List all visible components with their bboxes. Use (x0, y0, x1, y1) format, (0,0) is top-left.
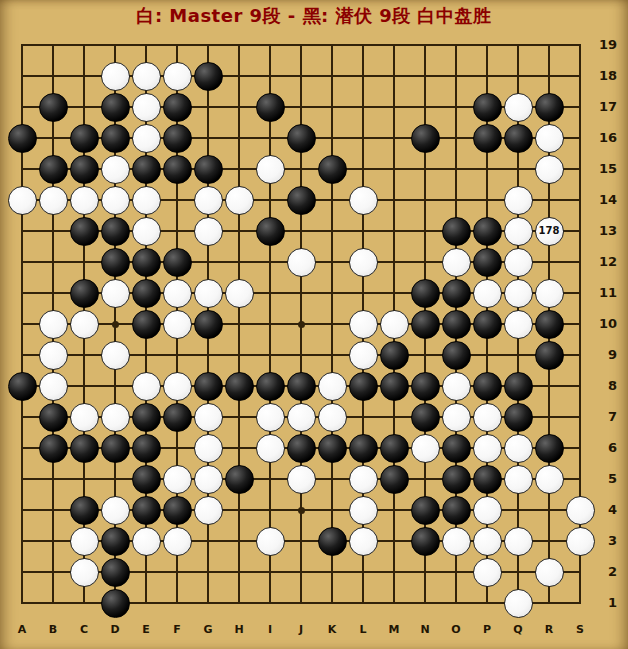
board-cell-C16[interactable] (69, 123, 100, 154)
board-cell-K10[interactable] (317, 309, 348, 340)
board-cell-N18[interactable] (410, 61, 441, 92)
board-cell-P10[interactable] (472, 309, 503, 340)
board-cell-H1[interactable] (224, 588, 255, 619)
board-cell-D14[interactable] (100, 185, 131, 216)
board-cell-A19[interactable] (7, 30, 38, 61)
board-cell-J10[interactable] (286, 309, 317, 340)
board-cell-B19[interactable] (38, 30, 69, 61)
board-cell-R1[interactable] (534, 588, 565, 619)
board-cell-G15[interactable] (193, 154, 224, 185)
board-cell-Q14[interactable] (503, 185, 534, 216)
board-cell-D12[interactable] (100, 247, 131, 278)
board-cell-R13[interactable]: 178 (534, 216, 565, 247)
board-cell-J6[interactable] (286, 433, 317, 464)
board-cell-R6[interactable] (534, 433, 565, 464)
board-cell-S12[interactable] (565, 247, 596, 278)
board-cell-I16[interactable] (255, 123, 286, 154)
board-cell-D5[interactable] (100, 464, 131, 495)
board-cell-B10[interactable] (38, 309, 69, 340)
board-cell-Q18[interactable] (503, 61, 534, 92)
board-cell-I5[interactable] (255, 464, 286, 495)
board-cell-J12[interactable] (286, 247, 317, 278)
board-cell-D16[interactable] (100, 123, 131, 154)
board-cell-C6[interactable] (69, 433, 100, 464)
board-cell-O11[interactable] (441, 278, 472, 309)
board-cell-N16[interactable] (410, 123, 441, 154)
board-cell-B4[interactable] (38, 495, 69, 526)
board-cell-N5[interactable] (410, 464, 441, 495)
board-cell-P19[interactable] (472, 30, 503, 61)
board-cell-D17[interactable] (100, 92, 131, 123)
board-cell-N19[interactable] (410, 30, 441, 61)
board-cell-N14[interactable] (410, 185, 441, 216)
board-cell-G10[interactable] (193, 309, 224, 340)
board-cell-L11[interactable] (348, 278, 379, 309)
board-cell-A17[interactable] (7, 92, 38, 123)
board-cell-C18[interactable] (69, 61, 100, 92)
board-cell-B3[interactable] (38, 526, 69, 557)
board-cell-E4[interactable] (131, 495, 162, 526)
board-cell-G12[interactable] (193, 247, 224, 278)
board-cell-M2[interactable] (379, 557, 410, 588)
board-cell-M1[interactable] (379, 588, 410, 619)
board-cell-R8[interactable] (534, 371, 565, 402)
board-cell-H15[interactable] (224, 154, 255, 185)
board-cell-N2[interactable] (410, 557, 441, 588)
board-cell-I8[interactable] (255, 371, 286, 402)
board-cell-S9[interactable] (565, 340, 596, 371)
board-cell-D13[interactable] (100, 216, 131, 247)
board-cell-C2[interactable] (69, 557, 100, 588)
board-cell-P5[interactable] (472, 464, 503, 495)
board-cell-C1[interactable] (69, 588, 100, 619)
board-cell-L7[interactable] (348, 402, 379, 433)
board-cell-O13[interactable] (441, 216, 472, 247)
board-cell-J7[interactable] (286, 402, 317, 433)
board-cell-M7[interactable] (379, 402, 410, 433)
board-cell-R4[interactable] (534, 495, 565, 526)
board-cell-G2[interactable] (193, 557, 224, 588)
board-cell-I15[interactable] (255, 154, 286, 185)
board-cell-F7[interactable] (162, 402, 193, 433)
board-cell-L1[interactable] (348, 588, 379, 619)
board-cell-J4[interactable] (286, 495, 317, 526)
board-cell-F18[interactable] (162, 61, 193, 92)
board-cell-I1[interactable] (255, 588, 286, 619)
board-cell-S16[interactable] (565, 123, 596, 154)
board-cell-B12[interactable] (38, 247, 69, 278)
board-cell-R7[interactable] (534, 402, 565, 433)
board-cell-D4[interactable] (100, 495, 131, 526)
board-cell-S1[interactable] (565, 588, 596, 619)
board-cell-L8[interactable] (348, 371, 379, 402)
board-cell-S2[interactable] (565, 557, 596, 588)
board-cell-H5[interactable] (224, 464, 255, 495)
board-cell-I4[interactable] (255, 495, 286, 526)
board-cell-L19[interactable] (348, 30, 379, 61)
board-cell-I6[interactable] (255, 433, 286, 464)
board-cell-C15[interactable] (69, 154, 100, 185)
board-cell-I19[interactable] (255, 30, 286, 61)
board-cell-A16[interactable] (7, 123, 38, 154)
board-cell-H17[interactable] (224, 92, 255, 123)
board-cell-B7[interactable] (38, 402, 69, 433)
board-cell-K16[interactable] (317, 123, 348, 154)
board-cell-K9[interactable] (317, 340, 348, 371)
board-cell-F17[interactable] (162, 92, 193, 123)
board-cell-F11[interactable] (162, 278, 193, 309)
board-cell-B9[interactable] (38, 340, 69, 371)
board-cell-Q13[interactable] (503, 216, 534, 247)
board-cell-G9[interactable] (193, 340, 224, 371)
board-cell-O2[interactable] (441, 557, 472, 588)
board-cell-I9[interactable] (255, 340, 286, 371)
board-cell-D19[interactable] (100, 30, 131, 61)
board-cell-C19[interactable] (69, 30, 100, 61)
board-cell-B5[interactable] (38, 464, 69, 495)
board-cell-A15[interactable] (7, 154, 38, 185)
board-cell-M3[interactable] (379, 526, 410, 557)
board-cell-A3[interactable] (7, 526, 38, 557)
board-cell-N10[interactable] (410, 309, 441, 340)
board-cell-Q19[interactable] (503, 30, 534, 61)
board-cell-M5[interactable] (379, 464, 410, 495)
board-cell-I3[interactable] (255, 526, 286, 557)
board-cell-A13[interactable] (7, 216, 38, 247)
board-cell-E3[interactable] (131, 526, 162, 557)
board-cell-C9[interactable] (69, 340, 100, 371)
board-cell-P9[interactable] (472, 340, 503, 371)
board-cell-S11[interactable] (565, 278, 596, 309)
board-cell-M14[interactable] (379, 185, 410, 216)
board-cell-D18[interactable] (100, 61, 131, 92)
board-cell-H8[interactable] (224, 371, 255, 402)
board-cell-G16[interactable] (193, 123, 224, 154)
board-cell-M19[interactable] (379, 30, 410, 61)
board-cell-E2[interactable] (131, 557, 162, 588)
board-cell-O12[interactable] (441, 247, 472, 278)
board-cell-G3[interactable] (193, 526, 224, 557)
board-cell-L16[interactable] (348, 123, 379, 154)
board-cell-B8[interactable] (38, 371, 69, 402)
board-cell-B14[interactable] (38, 185, 69, 216)
board-cell-M9[interactable] (379, 340, 410, 371)
board-cell-S15[interactable] (565, 154, 596, 185)
board-cell-E10[interactable] (131, 309, 162, 340)
board-cell-C13[interactable] (69, 216, 100, 247)
board-cell-S4[interactable] (565, 495, 596, 526)
board-cell-O10[interactable] (441, 309, 472, 340)
board-cell-G6[interactable] (193, 433, 224, 464)
board-cell-O8[interactable] (441, 371, 472, 402)
board-cell-H10[interactable] (224, 309, 255, 340)
board-cell-E14[interactable] (131, 185, 162, 216)
board-cell-O7[interactable] (441, 402, 472, 433)
board-cell-K1[interactable] (317, 588, 348, 619)
board-cell-F12[interactable] (162, 247, 193, 278)
board-cell-F9[interactable] (162, 340, 193, 371)
board-cell-O4[interactable] (441, 495, 472, 526)
board-cell-A11[interactable] (7, 278, 38, 309)
board-cell-H11[interactable] (224, 278, 255, 309)
board-cell-C8[interactable] (69, 371, 100, 402)
board-cell-D10[interactable] (100, 309, 131, 340)
board-cell-S13[interactable] (565, 216, 596, 247)
board-cell-K19[interactable] (317, 30, 348, 61)
board-cell-C11[interactable] (69, 278, 100, 309)
board-cell-H7[interactable] (224, 402, 255, 433)
board-cell-F15[interactable] (162, 154, 193, 185)
board-cell-F13[interactable] (162, 216, 193, 247)
board-cell-E11[interactable] (131, 278, 162, 309)
board-cell-K11[interactable] (317, 278, 348, 309)
board-cell-M18[interactable] (379, 61, 410, 92)
board-cell-R14[interactable] (534, 185, 565, 216)
board-cell-I7[interactable] (255, 402, 286, 433)
board-cell-E16[interactable] (131, 123, 162, 154)
board-cell-O18[interactable] (441, 61, 472, 92)
board-cell-A10[interactable] (7, 309, 38, 340)
board-cell-K17[interactable] (317, 92, 348, 123)
board-cell-A4[interactable] (7, 495, 38, 526)
board-cell-N11[interactable] (410, 278, 441, 309)
board-cell-H19[interactable] (224, 30, 255, 61)
board-cell-H6[interactable] (224, 433, 255, 464)
board-cell-S17[interactable] (565, 92, 596, 123)
board-cell-N9[interactable] (410, 340, 441, 371)
board-cell-D3[interactable] (100, 526, 131, 557)
board-cell-M6[interactable] (379, 433, 410, 464)
board-cell-S18[interactable] (565, 61, 596, 92)
board-cell-H2[interactable] (224, 557, 255, 588)
board-cell-M12[interactable] (379, 247, 410, 278)
board-cell-L6[interactable] (348, 433, 379, 464)
board-cell-O14[interactable] (441, 185, 472, 216)
board-cell-A9[interactable] (7, 340, 38, 371)
board-cell-P4[interactable] (472, 495, 503, 526)
board-cell-K12[interactable] (317, 247, 348, 278)
board-cell-S19[interactable] (565, 30, 596, 61)
board-cell-S5[interactable] (565, 464, 596, 495)
board-cell-E5[interactable] (131, 464, 162, 495)
board-cell-D9[interactable] (100, 340, 131, 371)
board-cell-Q4[interactable] (503, 495, 534, 526)
board-cell-H18[interactable] (224, 61, 255, 92)
board-cell-D15[interactable] (100, 154, 131, 185)
board-cell-O6[interactable] (441, 433, 472, 464)
board-cell-P6[interactable] (472, 433, 503, 464)
board-cell-P1[interactable] (472, 588, 503, 619)
board-cell-O5[interactable] (441, 464, 472, 495)
board-cell-E17[interactable] (131, 92, 162, 123)
board-cell-K7[interactable] (317, 402, 348, 433)
board-cell-L14[interactable] (348, 185, 379, 216)
board-cell-P7[interactable] (472, 402, 503, 433)
board-cell-A5[interactable] (7, 464, 38, 495)
board-cell-J11[interactable] (286, 278, 317, 309)
board-cell-J1[interactable] (286, 588, 317, 619)
board-cell-H12[interactable] (224, 247, 255, 278)
board-cell-P8[interactable] (472, 371, 503, 402)
board-cell-D7[interactable] (100, 402, 131, 433)
board-cell-L13[interactable] (348, 216, 379, 247)
board-cell-S8[interactable] (565, 371, 596, 402)
board-cell-L12[interactable] (348, 247, 379, 278)
board-cell-I18[interactable] (255, 61, 286, 92)
board-cell-K5[interactable] (317, 464, 348, 495)
board-cell-J5[interactable] (286, 464, 317, 495)
board-cell-Q8[interactable] (503, 371, 534, 402)
board-cell-L5[interactable] (348, 464, 379, 495)
board-cell-I10[interactable] (255, 309, 286, 340)
board-cell-K3[interactable] (317, 526, 348, 557)
board-cell-C7[interactable] (69, 402, 100, 433)
board-cell-M17[interactable] (379, 92, 410, 123)
board-cell-E1[interactable] (131, 588, 162, 619)
board-cell-K18[interactable] (317, 61, 348, 92)
board-cell-Q2[interactable] (503, 557, 534, 588)
board-cell-J16[interactable] (286, 123, 317, 154)
board-cell-B6[interactable] (38, 433, 69, 464)
board-cell-R12[interactable] (534, 247, 565, 278)
board-cell-O19[interactable] (441, 30, 472, 61)
board-cell-N3[interactable] (410, 526, 441, 557)
board-cell-K4[interactable] (317, 495, 348, 526)
board-cell-L2[interactable] (348, 557, 379, 588)
board-cell-I2[interactable] (255, 557, 286, 588)
board-cell-D11[interactable] (100, 278, 131, 309)
board-cell-P15[interactable] (472, 154, 503, 185)
board-cell-L9[interactable] (348, 340, 379, 371)
board-cell-O9[interactable] (441, 340, 472, 371)
board-cell-R9[interactable] (534, 340, 565, 371)
board-cell-L4[interactable] (348, 495, 379, 526)
board-cell-H9[interactable] (224, 340, 255, 371)
board-cell-S10[interactable] (565, 309, 596, 340)
board-cell-J3[interactable] (286, 526, 317, 557)
board-cell-E13[interactable] (131, 216, 162, 247)
board-cell-M10[interactable] (379, 309, 410, 340)
board-cell-R3[interactable] (534, 526, 565, 557)
board-cell-M8[interactable] (379, 371, 410, 402)
board-cell-L18[interactable] (348, 61, 379, 92)
board-cell-O17[interactable] (441, 92, 472, 123)
board-cell-K15[interactable] (317, 154, 348, 185)
board-cell-J15[interactable] (286, 154, 317, 185)
board-cell-P16[interactable] (472, 123, 503, 154)
board-cell-M16[interactable] (379, 123, 410, 154)
board-cell-I13[interactable] (255, 216, 286, 247)
board-cell-E8[interactable] (131, 371, 162, 402)
board-cell-R18[interactable] (534, 61, 565, 92)
board-cell-Q12[interactable] (503, 247, 534, 278)
board-cell-O3[interactable] (441, 526, 472, 557)
board-cell-H14[interactable] (224, 185, 255, 216)
board-cell-F8[interactable] (162, 371, 193, 402)
board-cell-O1[interactable] (441, 588, 472, 619)
board-cell-B16[interactable] (38, 123, 69, 154)
board-cell-J19[interactable] (286, 30, 317, 61)
board-cell-R17[interactable] (534, 92, 565, 123)
board-cell-D6[interactable] (100, 433, 131, 464)
board-cell-E19[interactable] (131, 30, 162, 61)
board-cell-J2[interactable] (286, 557, 317, 588)
board-cell-L15[interactable] (348, 154, 379, 185)
board-cell-G11[interactable] (193, 278, 224, 309)
board-cell-R16[interactable] (534, 123, 565, 154)
board-cell-G7[interactable] (193, 402, 224, 433)
board-cell-Q6[interactable] (503, 433, 534, 464)
board-cell-E6[interactable] (131, 433, 162, 464)
board-cell-P17[interactable] (472, 92, 503, 123)
board-cell-I14[interactable] (255, 185, 286, 216)
board-cell-J18[interactable] (286, 61, 317, 92)
board-cell-N12[interactable] (410, 247, 441, 278)
board-cell-F3[interactable] (162, 526, 193, 557)
board-cell-K8[interactable] (317, 371, 348, 402)
board-cell-A12[interactable] (7, 247, 38, 278)
board-cell-G19[interactable] (193, 30, 224, 61)
board-cell-D1[interactable] (100, 588, 131, 619)
board-cell-P14[interactable] (472, 185, 503, 216)
board-cell-F2[interactable] (162, 557, 193, 588)
board-cell-R11[interactable] (534, 278, 565, 309)
board-cell-B1[interactable] (38, 588, 69, 619)
board-cell-Q5[interactable] (503, 464, 534, 495)
board-cell-M15[interactable] (379, 154, 410, 185)
board-cell-L17[interactable] (348, 92, 379, 123)
board-cell-A1[interactable] (7, 588, 38, 619)
board-cell-C3[interactable] (69, 526, 100, 557)
board-cell-S3[interactable] (565, 526, 596, 557)
board-cell-P2[interactable] (472, 557, 503, 588)
board-cell-K2[interactable] (317, 557, 348, 588)
board-cell-K14[interactable] (317, 185, 348, 216)
board-cell-S6[interactable] (565, 433, 596, 464)
board-cell-H3[interactable] (224, 526, 255, 557)
board-cell-L3[interactable] (348, 526, 379, 557)
board-cell-M4[interactable] (379, 495, 410, 526)
board-cell-L10[interactable] (348, 309, 379, 340)
board-cell-A7[interactable] (7, 402, 38, 433)
board-cell-S7[interactable] (565, 402, 596, 433)
board-cell-K6[interactable] (317, 433, 348, 464)
board-cell-N1[interactable] (410, 588, 441, 619)
board-cell-N17[interactable] (410, 92, 441, 123)
board-cell-B13[interactable] (38, 216, 69, 247)
board-cell-A6[interactable] (7, 433, 38, 464)
board-cell-R19[interactable] (534, 30, 565, 61)
board-cell-H13[interactable] (224, 216, 255, 247)
board-cell-F6[interactable] (162, 433, 193, 464)
board-cell-A14[interactable] (7, 185, 38, 216)
board-cell-N13[interactable] (410, 216, 441, 247)
board-cell-Q7[interactable] (503, 402, 534, 433)
board-cell-J8[interactable] (286, 371, 317, 402)
board-cell-Q17[interactable] (503, 92, 534, 123)
board-cell-F1[interactable] (162, 588, 193, 619)
board-cell-F4[interactable] (162, 495, 193, 526)
board-cell-N15[interactable] (410, 154, 441, 185)
board-cell-Q11[interactable] (503, 278, 534, 309)
board-cell-G4[interactable] (193, 495, 224, 526)
board-cell-Q10[interactable] (503, 309, 534, 340)
board-cell-G5[interactable] (193, 464, 224, 495)
board-cell-Q9[interactable] (503, 340, 534, 371)
board-cell-R5[interactable] (534, 464, 565, 495)
board-cell-F10[interactable] (162, 309, 193, 340)
board-cell-R10[interactable] (534, 309, 565, 340)
